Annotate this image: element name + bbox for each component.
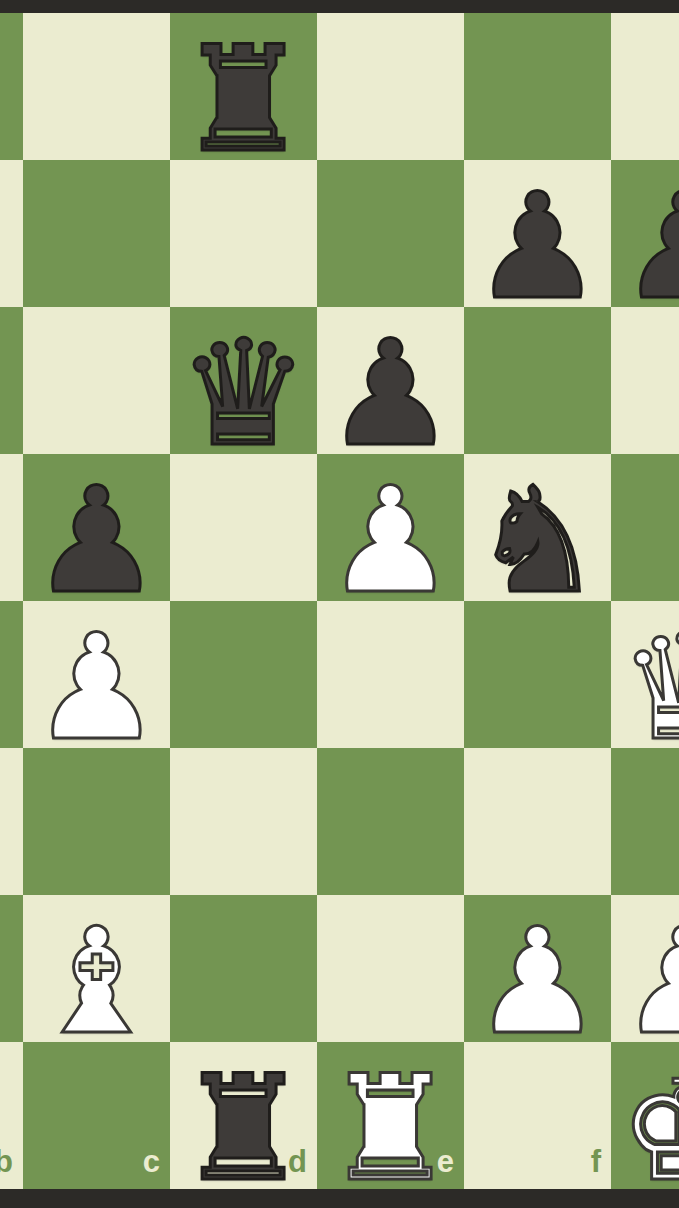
- square-g5[interactable]: [611, 454, 679, 601]
- square-f5[interactable]: ♞: [464, 454, 611, 601]
- piece-white-pawn[interactable]: ♟: [23, 613, 170, 760]
- square-d8[interactable]: ♜: [170, 13, 317, 160]
- square-f1[interactable]: f: [464, 1042, 611, 1189]
- square-e6[interactable]: ♟: [317, 307, 464, 454]
- square-d6[interactable]: ♛: [170, 307, 317, 454]
- square-b4[interactable]: [0, 601, 23, 748]
- square-e2[interactable]: [317, 895, 464, 1042]
- square-d4[interactable]: [170, 601, 317, 748]
- square-b2[interactable]: [0, 895, 23, 1042]
- piece-white-king[interactable]: ♚: [611, 1054, 679, 1189]
- file-label-f: f: [591, 1146, 601, 1177]
- piece-white-pawn[interactable]: ♟: [317, 466, 464, 613]
- square-f7[interactable]: ♟: [464, 160, 611, 307]
- square-e7[interactable]: [317, 160, 464, 307]
- square-c7[interactable]: [23, 160, 170, 307]
- square-g7[interactable]: ♟: [611, 160, 679, 307]
- piece-white-pawn[interactable]: ♟: [611, 907, 679, 1054]
- square-d1[interactable]: ♜d: [170, 1042, 317, 1189]
- square-e1[interactable]: ♜e: [317, 1042, 464, 1189]
- square-b1[interactable]: b: [0, 1042, 23, 1189]
- chess-board-viewport: ♜♟♟♛♟♟♟♞♟♛♝♟♟bc♜d♜ef♚g: [0, 13, 679, 1189]
- square-d5[interactable]: [170, 454, 317, 601]
- square-b3[interactable]: [0, 748, 23, 895]
- square-f2[interactable]: ♟: [464, 895, 611, 1042]
- piece-white-bishop[interactable]: ♝: [23, 907, 170, 1054]
- square-g6[interactable]: [611, 307, 679, 454]
- square-c1[interactable]: c: [23, 1042, 170, 1189]
- piece-black-pawn[interactable]: ♟: [317, 319, 464, 466]
- file-label-b: b: [0, 1146, 13, 1177]
- square-g1[interactable]: ♚g: [611, 1042, 679, 1189]
- piece-black-pawn[interactable]: ♟: [611, 172, 679, 319]
- chess-board: ♜♟♟♛♟♟♟♞♟♛♝♟♟bc♜d♜ef♚g: [0, 13, 679, 1189]
- square-c3[interactable]: [23, 748, 170, 895]
- square-e4[interactable]: [317, 601, 464, 748]
- bottom-letterbox-bar: [0, 1189, 679, 1208]
- piece-black-pawn[interactable]: ♟: [464, 172, 611, 319]
- square-c6[interactable]: [23, 307, 170, 454]
- piece-black-rook[interactable]: ♜: [170, 1054, 317, 1189]
- piece-white-pawn[interactable]: ♟: [464, 907, 611, 1054]
- square-b8[interactable]: [0, 13, 23, 160]
- piece-black-rook[interactable]: ♜: [170, 25, 317, 172]
- square-g8[interactable]: [611, 13, 679, 160]
- square-f4[interactable]: [464, 601, 611, 748]
- file-label-c: c: [143, 1146, 160, 1177]
- square-d7[interactable]: [170, 160, 317, 307]
- square-c2[interactable]: ♝: [23, 895, 170, 1042]
- piece-black-knight[interactable]: ♞: [464, 466, 611, 613]
- square-f3[interactable]: [464, 748, 611, 895]
- piece-black-pawn[interactable]: ♟: [23, 466, 170, 613]
- square-g4[interactable]: ♛: [611, 601, 679, 748]
- square-e8[interactable]: [317, 13, 464, 160]
- square-g2[interactable]: ♟: [611, 895, 679, 1042]
- square-c5[interactable]: ♟: [23, 454, 170, 601]
- square-g3[interactable]: [611, 748, 679, 895]
- square-d2[interactable]: [170, 895, 317, 1042]
- square-e5[interactable]: ♟: [317, 454, 464, 601]
- square-c8[interactable]: [23, 13, 170, 160]
- piece-black-queen[interactable]: ♛: [170, 319, 317, 466]
- square-d3[interactable]: [170, 748, 317, 895]
- piece-white-queen[interactable]: ♛: [611, 613, 679, 760]
- square-e3[interactable]: [317, 748, 464, 895]
- piece-white-rook[interactable]: ♜: [317, 1054, 464, 1189]
- top-letterbox-bar: [0, 0, 679, 13]
- square-b6[interactable]: [0, 307, 23, 454]
- square-b7[interactable]: [0, 160, 23, 307]
- square-c4[interactable]: ♟: [23, 601, 170, 748]
- square-f8[interactable]: [464, 13, 611, 160]
- square-b5[interactable]: [0, 454, 23, 601]
- square-f6[interactable]: [464, 307, 611, 454]
